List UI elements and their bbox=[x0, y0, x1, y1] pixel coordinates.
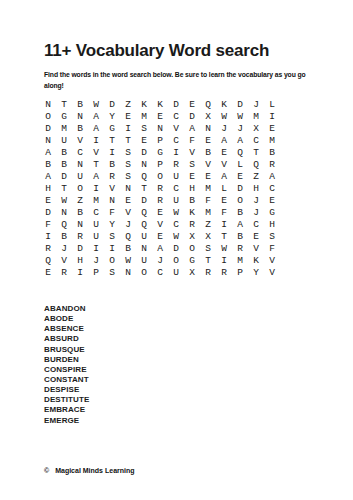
grid-cell: D bbox=[40, 206, 56, 218]
grid-cell: I bbox=[88, 134, 104, 146]
grid-cell: R bbox=[184, 218, 200, 230]
grid-cell: H bbox=[248, 182, 264, 194]
grid-cell: Z bbox=[120, 98, 136, 110]
grid-cell: E bbox=[216, 146, 232, 158]
grid-cell: T bbox=[88, 158, 104, 170]
grid-cell: W bbox=[120, 254, 136, 266]
grid-cell: P bbox=[152, 158, 168, 170]
grid-cell: R bbox=[264, 158, 280, 170]
grid-cell: E bbox=[152, 110, 168, 122]
grid-cell: N bbox=[200, 122, 216, 134]
grid-cell: V bbox=[216, 158, 232, 170]
grid-cell: G bbox=[264, 206, 280, 218]
grid-cell: V bbox=[168, 122, 184, 134]
grid-cell: V bbox=[152, 218, 168, 230]
grid-cell: D bbox=[136, 194, 152, 206]
grid-cell: T bbox=[136, 182, 152, 194]
grid-cell: O bbox=[136, 266, 152, 278]
grid-cell: D bbox=[104, 98, 120, 110]
grid-cell: U bbox=[72, 170, 88, 182]
grid-cell: E bbox=[120, 110, 136, 122]
grid-cell: O bbox=[168, 254, 184, 266]
grid-cell: U bbox=[136, 254, 152, 266]
grid-cell: I bbox=[72, 266, 88, 278]
grid-cell: W bbox=[232, 110, 248, 122]
grid-cell: N bbox=[136, 158, 152, 170]
grid-cell: H bbox=[184, 182, 200, 194]
grid-cell: B bbox=[72, 206, 88, 218]
grid-cell: X bbox=[184, 266, 200, 278]
grid-cell: N bbox=[40, 134, 56, 146]
grid-cell: W bbox=[56, 194, 72, 206]
copyright-icon: © bbox=[44, 467, 49, 474]
grid-cell: P bbox=[88, 266, 104, 278]
grid-cell: E bbox=[248, 230, 264, 242]
grid-cell: C bbox=[248, 218, 264, 230]
grid-cell: U bbox=[56, 134, 72, 146]
grid-cell: N bbox=[72, 158, 88, 170]
grid-cell: G bbox=[56, 110, 72, 122]
word-list-item: EMBRACE bbox=[44, 405, 89, 415]
grid-cell: H bbox=[40, 182, 56, 194]
page-title: 11+ Vocabulary Word search bbox=[44, 41, 269, 61]
word-list-item: EMERGE bbox=[44, 416, 89, 426]
grid-cell: G bbox=[104, 122, 120, 134]
grid-cell: E bbox=[40, 266, 56, 278]
grid-cell: N bbox=[56, 206, 72, 218]
grid-cell: N bbox=[72, 218, 88, 230]
grid-cell: T bbox=[56, 98, 72, 110]
word-list-item: CONSTANT bbox=[44, 375, 89, 385]
grid-cell: T bbox=[248, 146, 264, 158]
grid-cell: A bbox=[216, 170, 232, 182]
grid-cell: E bbox=[136, 134, 152, 146]
grid-cell: E bbox=[200, 170, 216, 182]
grid-cell: R bbox=[200, 266, 216, 278]
grid-cell: M bbox=[200, 182, 216, 194]
grid-cell: E bbox=[184, 98, 200, 110]
grid-cell: J bbox=[120, 218, 136, 230]
grid-cell: Q bbox=[136, 206, 152, 218]
grid-cell: W bbox=[216, 242, 232, 254]
grid-cell: M bbox=[264, 134, 280, 146]
grid-cell: I bbox=[168, 146, 184, 158]
grid-cell: B bbox=[56, 158, 72, 170]
grid-cell: N bbox=[136, 242, 152, 254]
grid-cell: R bbox=[152, 194, 168, 206]
grid-cell: N bbox=[120, 182, 136, 194]
grid-cell: M bbox=[136, 110, 152, 122]
grid-cell: M bbox=[56, 122, 72, 134]
grid-cell: L bbox=[232, 158, 248, 170]
grid-cell: T bbox=[120, 134, 136, 146]
grid-cell: C bbox=[248, 134, 264, 146]
grid-cell: G bbox=[184, 254, 200, 266]
grid-cell: T bbox=[104, 134, 120, 146]
grid-cell: X bbox=[200, 230, 216, 242]
grid-cell: E bbox=[264, 194, 280, 206]
grid-cell: Q bbox=[248, 158, 264, 170]
grid-cell: E bbox=[216, 194, 232, 206]
grid-cell: R bbox=[216, 266, 232, 278]
grid-cell: V bbox=[200, 158, 216, 170]
grid-cell: E bbox=[152, 206, 168, 218]
grid-cell: N bbox=[152, 122, 168, 134]
grid-cell: W bbox=[168, 230, 184, 242]
grid-cell: Q bbox=[56, 218, 72, 230]
grid-cell: F bbox=[264, 242, 280, 254]
grid-cell: C bbox=[264, 182, 280, 194]
grid-cell: E bbox=[200, 134, 216, 146]
word-list-item: BURDEN bbox=[44, 355, 89, 365]
grid-cell: L bbox=[264, 98, 280, 110]
grid-cell: F bbox=[104, 206, 120, 218]
word-list-item: ABSENCE bbox=[44, 324, 89, 334]
grid-cell: S bbox=[120, 170, 136, 182]
grid-cell: Z bbox=[72, 194, 88, 206]
grid-cell: M bbox=[88, 194, 104, 206]
instructions-line2: along! bbox=[44, 82, 64, 89]
grid-cell: R bbox=[232, 242, 248, 254]
grid-cell: B bbox=[232, 206, 248, 218]
grid-cell: I bbox=[104, 242, 120, 254]
grid-cell: F bbox=[184, 134, 200, 146]
grid-cell: A bbox=[184, 122, 200, 134]
grid-cell: N bbox=[120, 266, 136, 278]
word-list-item: DESPISE bbox=[44, 385, 89, 395]
grid-cell: C bbox=[168, 182, 184, 194]
word-list-item: ABSURD bbox=[44, 334, 89, 344]
grid-cell: B bbox=[264, 146, 280, 158]
word-list-item: ABODE bbox=[44, 314, 89, 324]
grid-cell: K bbox=[136, 98, 152, 110]
grid-cell: Y bbox=[104, 218, 120, 230]
grid-cell: C bbox=[152, 266, 168, 278]
grid-cell: O bbox=[104, 254, 120, 266]
grid-cell: N bbox=[72, 110, 88, 122]
grid-cell: E bbox=[152, 230, 168, 242]
grid-cell: I bbox=[216, 254, 232, 266]
grid-cell: S bbox=[184, 158, 200, 170]
grid-cell: V bbox=[88, 146, 104, 158]
grid-cell: F bbox=[216, 206, 232, 218]
grid-cell: D bbox=[56, 170, 72, 182]
grid-cell: P bbox=[232, 266, 248, 278]
instructions: Find the words in the word search below.… bbox=[44, 70, 334, 91]
grid-cell: Q bbox=[136, 170, 152, 182]
grid-cell: S bbox=[200, 242, 216, 254]
grid-cell: Q bbox=[40, 254, 56, 266]
grid-cell: G bbox=[152, 146, 168, 158]
grid-cell: M bbox=[200, 206, 216, 218]
grid-cell: J bbox=[216, 122, 232, 134]
grid-cell: V bbox=[248, 242, 264, 254]
grid-cell: V bbox=[264, 254, 280, 266]
grid-cell: B bbox=[104, 158, 120, 170]
grid-cell: C bbox=[168, 218, 184, 230]
grid-cell: I bbox=[264, 110, 280, 122]
grid-cell: Y bbox=[248, 266, 264, 278]
grid-cell: M bbox=[248, 110, 264, 122]
word-list-item: CONSPIRE bbox=[44, 365, 89, 375]
grid-cell: C bbox=[72, 146, 88, 158]
grid-cell: N bbox=[40, 98, 56, 110]
grid-cell: V bbox=[120, 206, 136, 218]
grid-cell: U bbox=[168, 266, 184, 278]
grid-cell: O bbox=[152, 170, 168, 182]
grid-cell: B bbox=[72, 122, 88, 134]
grid-cell: J bbox=[152, 254, 168, 266]
grid-cell: D bbox=[72, 242, 88, 254]
grid-cell: U bbox=[136, 230, 152, 242]
grid-cell: D bbox=[168, 98, 184, 110]
grid-cell: X bbox=[184, 230, 200, 242]
grid-cell: X bbox=[248, 122, 264, 134]
grid-cell: X bbox=[200, 110, 216, 122]
grid-cell: Y bbox=[104, 110, 120, 122]
grid-cell: D bbox=[184, 110, 200, 122]
grid-cell: H bbox=[72, 254, 88, 266]
grid-cell: K bbox=[184, 206, 200, 218]
grid-cell: C bbox=[168, 134, 184, 146]
grid-cell: B bbox=[200, 146, 216, 158]
grid-cell: J bbox=[56, 242, 72, 254]
grid-cell: J bbox=[248, 206, 264, 218]
grid-cell: E bbox=[120, 194, 136, 206]
grid-cell: R bbox=[152, 182, 168, 194]
grid-cell: Q bbox=[120, 230, 136, 242]
grid-cell: E bbox=[184, 170, 200, 182]
grid-cell: B bbox=[232, 230, 248, 242]
grid-cell: K bbox=[216, 98, 232, 110]
grid-cell: P bbox=[152, 134, 168, 146]
grid-cell: R bbox=[72, 230, 88, 242]
grid-cell: J bbox=[248, 194, 264, 206]
grid-cell: B bbox=[40, 158, 56, 170]
grid-cell: T bbox=[56, 182, 72, 194]
grid-cell: J bbox=[88, 254, 104, 266]
grid-cell: R bbox=[40, 242, 56, 254]
grid-cell: N bbox=[104, 194, 120, 206]
grid-cell: A bbox=[232, 218, 248, 230]
word-search-grid: NTBWDZKKDEQKDJLOGNAYEMECDXWWMIDMBAGISNVA… bbox=[40, 98, 280, 278]
grid-cell: U bbox=[88, 218, 104, 230]
grid-cell: K bbox=[248, 254, 264, 266]
grid-cell: B bbox=[120, 242, 136, 254]
grid-cell: V bbox=[104, 182, 120, 194]
grid-cell: F bbox=[40, 218, 56, 230]
word-list: ABANDONABODEABSENCEABSURDBRUSQUEBURDENCO… bbox=[44, 304, 89, 426]
word-list-item: BRUSQUE bbox=[44, 345, 89, 355]
grid-cell: O bbox=[72, 182, 88, 194]
footer-text: Magical Minds Learning bbox=[55, 467, 134, 474]
grid-cell: B bbox=[56, 230, 72, 242]
grid-cell: R bbox=[56, 266, 72, 278]
grid-cell: W bbox=[88, 98, 104, 110]
grid-cell: C bbox=[168, 110, 184, 122]
grid-cell: J bbox=[248, 98, 264, 110]
grid-cell: H bbox=[264, 218, 280, 230]
grid-cell: I bbox=[216, 218, 232, 230]
grid-cell: S bbox=[264, 230, 280, 242]
grid-cell: F bbox=[200, 194, 216, 206]
grid-cell: S bbox=[120, 158, 136, 170]
grid-cell: Q bbox=[136, 218, 152, 230]
grid-cell: I bbox=[88, 242, 104, 254]
grid-cell: O bbox=[184, 242, 200, 254]
grid-cell: V bbox=[72, 134, 88, 146]
grid-cell: I bbox=[88, 182, 104, 194]
grid-cell: I bbox=[40, 230, 56, 242]
grid-cell: T bbox=[200, 254, 216, 266]
grid-cell: S bbox=[104, 266, 120, 278]
grid-cell: V bbox=[184, 146, 200, 158]
grid-cell: W bbox=[168, 206, 184, 218]
grid-cell: A bbox=[40, 170, 56, 182]
worksheet-page: 11+ Vocabulary Word search Find the word… bbox=[0, 0, 353, 500]
grid-cell: A bbox=[216, 134, 232, 146]
grid-cell: U bbox=[168, 170, 184, 182]
grid-cell: Z bbox=[248, 170, 264, 182]
grid-cell: L bbox=[216, 182, 232, 194]
grid-cell: A bbox=[264, 170, 280, 182]
footer-copyright: ©Magical Minds Learning bbox=[44, 467, 135, 474]
grid-cell: Q bbox=[200, 98, 216, 110]
grid-cell: T bbox=[216, 230, 232, 242]
grid-cell: E bbox=[232, 170, 248, 182]
grid-cell: D bbox=[232, 182, 248, 194]
grid-cell: S bbox=[104, 230, 120, 242]
grid-cell: E bbox=[264, 122, 280, 134]
grid-cell: W bbox=[216, 110, 232, 122]
grid-cell: D bbox=[232, 98, 248, 110]
grid-cell: A bbox=[88, 110, 104, 122]
grid-cell: D bbox=[168, 242, 184, 254]
grid-cell: B bbox=[56, 146, 72, 158]
grid-cell: A bbox=[232, 134, 248, 146]
grid-cell: I bbox=[120, 122, 136, 134]
grid-cell: E bbox=[40, 194, 56, 206]
grid-cell: U bbox=[88, 230, 104, 242]
grid-cell: V bbox=[264, 266, 280, 278]
grid-cell: O bbox=[40, 110, 56, 122]
grid-cell: I bbox=[104, 146, 120, 158]
grid-cell: V bbox=[56, 254, 72, 266]
grid-cell: S bbox=[136, 122, 152, 134]
grid-cell: A bbox=[88, 170, 104, 182]
word-list-item: ABANDON bbox=[44, 304, 89, 314]
grid-cell: Q bbox=[232, 146, 248, 158]
grid-cell: D bbox=[136, 146, 152, 158]
grid-cell: M bbox=[232, 254, 248, 266]
grid-cell: A bbox=[40, 146, 56, 158]
grid-cell: D bbox=[40, 122, 56, 134]
word-list-item: DESTITUTE bbox=[44, 395, 89, 405]
grid-cell: S bbox=[120, 146, 136, 158]
grid-cell: K bbox=[152, 98, 168, 110]
grid-cell: B bbox=[72, 98, 88, 110]
grid-cell: O bbox=[232, 194, 248, 206]
grid-cell: R bbox=[104, 170, 120, 182]
grid-cell: A bbox=[88, 122, 104, 134]
grid-cell: Z bbox=[200, 218, 216, 230]
grid-cell: J bbox=[232, 122, 248, 134]
grid-cell: C bbox=[88, 206, 104, 218]
grid-cell: B bbox=[184, 194, 200, 206]
grid-cell: R bbox=[168, 158, 184, 170]
grid-cell: U bbox=[168, 194, 184, 206]
instructions-line1: Find the words in the word search below.… bbox=[44, 71, 306, 78]
grid-cell: A bbox=[152, 242, 168, 254]
